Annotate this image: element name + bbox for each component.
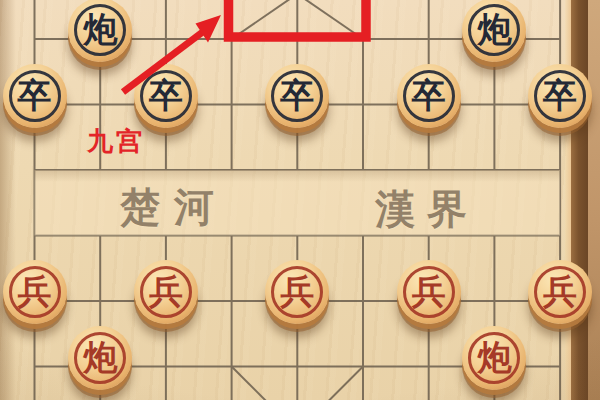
- board-right-border: [571, 0, 588, 400]
- piece-red-soldier-c6[interactable]: 兵: [134, 260, 198, 324]
- piece-black-soldier-c3[interactable]: 卒: [134, 64, 198, 128]
- piece-character: 炮: [68, 326, 132, 390]
- piece-character: 兵: [528, 260, 592, 324]
- piece-red-cannon-h7[interactable]: 炮: [462, 326, 526, 390]
- river-label-han-jie: 漢界: [375, 182, 467, 237]
- piece-black-cannon-b2[interactable]: 炮: [68, 0, 132, 62]
- piece-red-soldier-g6[interactable]: 兵: [397, 260, 461, 324]
- piece-character: 卒: [134, 64, 198, 128]
- piece-black-cannon-h2[interactable]: 炮: [462, 0, 526, 62]
- piece-character: 卒: [528, 64, 592, 128]
- piece-red-soldier-a6[interactable]: 兵: [3, 260, 67, 324]
- piece-character: 炮: [68, 0, 132, 62]
- piece-character: 卒: [3, 64, 67, 128]
- piece-black-soldier-g3[interactable]: 卒: [397, 64, 461, 128]
- piece-character: 兵: [265, 260, 329, 324]
- palace-label: 九宫: [87, 124, 145, 159]
- piece-black-soldier-i3[interactable]: 卒: [528, 64, 592, 128]
- piece-red-soldier-e6[interactable]: 兵: [265, 260, 329, 324]
- background-outside-board: [588, 0, 600, 400]
- piece-black-soldier-a3[interactable]: 卒: [3, 64, 67, 128]
- river-band: [35, 170, 561, 236]
- piece-red-cannon-b7[interactable]: 炮: [68, 326, 132, 390]
- piece-character: 兵: [3, 260, 67, 324]
- piece-red-soldier-i6[interactable]: 兵: [528, 260, 592, 324]
- piece-character: 炮: [462, 326, 526, 390]
- piece-character: 卒: [265, 64, 329, 128]
- piece-character: 兵: [134, 260, 198, 324]
- xiangqi-board: 楚河 漢界 炮炮卒卒卒卒卒兵兵兵兵兵炮炮 九宫: [0, 0, 600, 400]
- piece-character: 卒: [397, 64, 461, 128]
- river-label-chu-he: 楚河: [120, 180, 214, 235]
- piece-character: 炮: [462, 0, 526, 62]
- piece-black-soldier-e3[interactable]: 卒: [265, 64, 329, 128]
- piece-character: 兵: [397, 260, 461, 324]
